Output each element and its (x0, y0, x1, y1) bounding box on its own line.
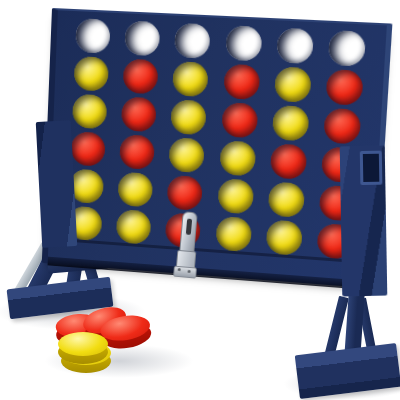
cell-r2-c5 (269, 66, 316, 104)
yellow-disc (116, 209, 152, 245)
cell-r1-c6 (323, 30, 371, 68)
cell-r4-c2 (114, 133, 159, 170)
left-side-rail (36, 120, 78, 248)
yellow-disc (266, 219, 303, 255)
cell-r6-c4 (210, 215, 256, 253)
cell-r4-c5 (265, 143, 312, 181)
yellow-disc (72, 94, 107, 130)
cell-r3-c3 (166, 99, 212, 136)
cell-r3-c1 (67, 93, 112, 130)
cell-r1-c5 (271, 27, 319, 65)
red-disc (324, 108, 362, 145)
yellow-disc (117, 171, 153, 207)
yellow-disc (172, 61, 208, 97)
cell-r2-c3 (168, 61, 214, 98)
cell-r5-c3 (162, 174, 208, 211)
cell-r3-c5 (267, 104, 314, 142)
cell-r1-c2 (120, 20, 166, 57)
cell-r2-c2 (118, 58, 163, 95)
yellow-disc (219, 140, 256, 176)
cell-r1-c3 (169, 23, 215, 60)
cell-r1-c1 (70, 18, 115, 55)
red-disc (121, 97, 157, 133)
red-disc (70, 131, 105, 167)
empty-hole (276, 28, 314, 65)
yellow-disc (268, 181, 305, 217)
cell-r3-c6 (319, 107, 367, 145)
cell-r6-c5 (261, 218, 308, 256)
product-photo (0, 0, 400, 400)
cell-r3-c4 (216, 101, 263, 139)
loose-yellow-disc (58, 332, 108, 366)
cell-r1-c4 (220, 25, 267, 63)
latch-mount-plate (173, 266, 197, 279)
empty-hole (225, 26, 262, 62)
empty-hole (174, 23, 211, 59)
red-disc (270, 143, 307, 179)
cell-r5-c5 (263, 181, 310, 219)
cell-r2-c4 (218, 63, 265, 101)
cell-r2-c6 (321, 69, 369, 107)
red-disc (326, 69, 364, 106)
yellow-disc (274, 67, 312, 104)
empty-hole (75, 19, 111, 55)
yellow-disc (171, 99, 207, 135)
yellow-disc (217, 178, 254, 214)
cell-r6-c2 (111, 208, 156, 245)
red-disc (221, 102, 258, 138)
cell-r3-c2 (116, 96, 161, 133)
release-latch (173, 211, 208, 277)
yellow-disc (215, 216, 252, 252)
disc-top (58, 332, 108, 356)
yellow-disc (272, 105, 309, 141)
red-disc (119, 134, 155, 170)
disc-release-slot (360, 151, 383, 185)
yellow-disc (73, 56, 108, 92)
cell-r5-c2 (113, 171, 158, 208)
cell-r4-c4 (214, 139, 260, 177)
board-grid (48, 10, 387, 288)
red-disc (123, 59, 159, 95)
empty-hole (124, 21, 160, 57)
yellow-disc (169, 137, 205, 173)
cell-r2-c1 (69, 56, 114, 93)
red-disc (223, 64, 260, 100)
empty-hole (328, 30, 366, 67)
red-disc (167, 175, 203, 211)
cell-r4-c3 (164, 136, 210, 173)
right-side-rail (340, 146, 388, 297)
cell-r5-c4 (212, 177, 258, 215)
